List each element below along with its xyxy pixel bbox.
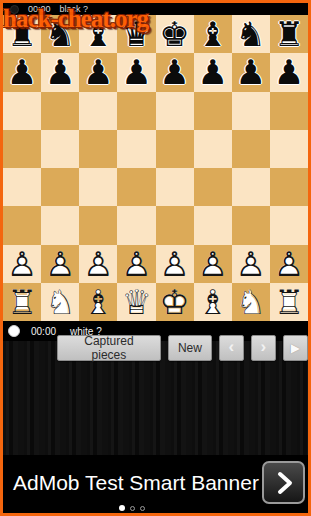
square-a1[interactable]: ♜♖ — [3, 283, 41, 321]
square-g4[interactable] — [232, 168, 270, 206]
black-queen-icon: ♛♛ — [117, 15, 155, 53]
black-bishop-icon: ♝♝ — [79, 15, 117, 53]
square-c8[interactable]: ♝♝ — [79, 15, 117, 53]
black-pawn-icon: ♟♟ — [3, 53, 41, 91]
square-h3[interactable] — [270, 206, 308, 244]
black-turn-indicator — [10, 5, 19, 14]
white-pawn-icon: ♟♙ — [3, 245, 41, 283]
square-h8[interactable]: ♜♜ — [270, 15, 308, 53]
white-rook-icon: ♜♖ — [270, 283, 308, 321]
square-d2[interactable]: ♟♙ — [117, 245, 155, 283]
white-pawn-icon: ♟♙ — [41, 245, 79, 283]
square-g7[interactable]: ♟♟ — [232, 53, 270, 91]
square-e7[interactable]: ♟♟ — [156, 53, 194, 91]
play-icon: ▶ — [291, 342, 300, 354]
white-bishop-icon: ♝♗ — [194, 283, 232, 321]
white-pawn-icon: ♟♙ — [270, 245, 308, 283]
black-pawn-icon: ♟♟ — [117, 53, 155, 91]
prev-move-button[interactable]: ‹ — [219, 335, 244, 361]
black-knight-icon: ♞♞ — [41, 15, 79, 53]
square-e8[interactable]: ♚♚ — [156, 15, 194, 53]
white-pawn-icon: ♟♙ — [79, 245, 117, 283]
black-pawn-icon: ♟♟ — [156, 53, 194, 91]
next-move-button[interactable]: › — [251, 335, 276, 361]
chess-board: ♜♜♞♞♝♝♛♛♚♚♝♝♞♞♜♜♟♟♟♟♟♟♟♟♟♟♟♟♟♟♟♟♟♙♟♙♟♙♟♙… — [3, 15, 308, 321]
square-g6[interactable] — [232, 92, 270, 130]
control-button-row: Captured pieces New ‹ › ▶ — [57, 334, 308, 361]
square-b4[interactable] — [41, 168, 79, 206]
black-player-label: black ? — [60, 4, 89, 14]
square-d3[interactable] — [117, 206, 155, 244]
page-indicator-dot — [119, 505, 125, 511]
square-f3[interactable] — [194, 206, 232, 244]
square-g2[interactable]: ♟♙ — [232, 245, 270, 283]
square-h7[interactable]: ♟♟ — [270, 53, 308, 91]
square-a8[interactable]: ♜♜ — [3, 15, 41, 53]
black-king-icon: ♚♚ — [156, 15, 194, 53]
square-d6[interactable] — [117, 92, 155, 130]
white-knight-icon: ♞♘ — [41, 283, 79, 321]
square-c7[interactable]: ♟♟ — [79, 53, 117, 91]
square-c2[interactable]: ♟♙ — [79, 245, 117, 283]
page-indicator — [119, 505, 145, 511]
square-f8[interactable]: ♝♝ — [194, 15, 232, 53]
white-pawn-icon: ♟♙ — [194, 245, 232, 283]
square-b8[interactable]: ♞♞ — [41, 15, 79, 53]
square-g1[interactable]: ♞♘ — [232, 283, 270, 321]
white-knight-icon: ♞♘ — [232, 283, 270, 321]
square-d5[interactable] — [117, 130, 155, 168]
white-pawn-icon: ♟♙ — [156, 245, 194, 283]
square-f1[interactable]: ♝♗ — [194, 283, 232, 321]
ad-chevron-button[interactable] — [262, 461, 305, 504]
square-b3[interactable] — [41, 206, 79, 244]
app-window: 00:00 black ? ♜♜♞♞♝♝♛♛♚♚♝♝♞♞♜♜♟♟♟♟♟♟♟♟♟♟… — [0, 0, 311, 516]
square-e1[interactable]: ♚♔ — [156, 283, 194, 321]
page-indicator-dot — [140, 506, 145, 511]
square-b6[interactable] — [41, 92, 79, 130]
black-rook-icon: ♜♜ — [3, 15, 41, 53]
square-h5[interactable] — [270, 130, 308, 168]
square-f5[interactable] — [194, 130, 232, 168]
black-pawn-icon: ♟♟ — [270, 53, 308, 91]
square-f6[interactable] — [194, 92, 232, 130]
square-e3[interactable] — [156, 206, 194, 244]
captured-pieces-button[interactable]: Captured pieces — [57, 335, 161, 361]
square-h6[interactable] — [270, 92, 308, 130]
white-rook-icon: ♜♖ — [3, 283, 41, 321]
square-g5[interactable] — [232, 130, 270, 168]
black-clock: 00:00 — [28, 4, 51, 14]
square-a4[interactable] — [3, 168, 41, 206]
square-d4[interactable] — [117, 168, 155, 206]
square-f4[interactable] — [194, 168, 232, 206]
play-button[interactable]: ▶ — [283, 335, 308, 361]
black-knight-icon: ♞♞ — [232, 15, 270, 53]
square-e5[interactable] — [156, 130, 194, 168]
chevron-right-icon — [271, 470, 297, 496]
white-clock: 00:00 — [31, 326, 56, 337]
black-bishop-icon: ♝♝ — [194, 15, 232, 53]
white-bishop-icon: ♝♗ — [79, 283, 117, 321]
square-a6[interactable] — [3, 92, 41, 130]
white-queen-icon: ♛♕ — [117, 283, 155, 321]
square-h1[interactable]: ♜♖ — [270, 283, 308, 321]
square-d8[interactable]: ♛♛ — [117, 15, 155, 53]
ad-banner[interactable]: AdMob Test Smart Banner — [3, 455, 308, 513]
square-b2[interactable]: ♟♙ — [41, 245, 79, 283]
black-pawn-icon: ♟♟ — [79, 53, 117, 91]
square-e6[interactable] — [156, 92, 194, 130]
new-game-button[interactable]: New — [168, 335, 212, 361]
square-c5[interactable] — [79, 130, 117, 168]
square-a2[interactable]: ♟♙ — [3, 245, 41, 283]
white-king-icon: ♚♔ — [156, 283, 194, 321]
white-pawn-icon: ♟♙ — [117, 245, 155, 283]
square-b1[interactable]: ♞♘ — [41, 283, 79, 321]
chevron-left-icon: ‹ — [229, 338, 235, 355]
square-c3[interactable] — [79, 206, 117, 244]
square-e2[interactable]: ♟♙ — [156, 245, 194, 283]
square-a3[interactable] — [3, 206, 41, 244]
black-pawn-icon: ♟♟ — [232, 53, 270, 91]
square-f2[interactable]: ♟♙ — [194, 245, 232, 283]
square-b5[interactable] — [41, 130, 79, 168]
square-g3[interactable] — [232, 206, 270, 244]
square-h4[interactable] — [270, 168, 308, 206]
square-c1[interactable]: ♝♗ — [79, 283, 117, 321]
white-turn-indicator — [8, 325, 20, 337]
square-a7[interactable]: ♟♟ — [3, 53, 41, 91]
square-b7[interactable]: ♟♟ — [41, 53, 79, 91]
square-d1[interactable]: ♛♕ — [117, 283, 155, 321]
page-indicator-dot — [130, 506, 135, 511]
square-f7[interactable]: ♟♟ — [194, 53, 232, 91]
square-c6[interactable] — [79, 92, 117, 130]
black-pawn-icon: ♟♟ — [41, 53, 79, 91]
black-pawn-icon: ♟♟ — [194, 53, 232, 91]
ad-banner-text: AdMob Test Smart Banner — [13, 471, 259, 495]
square-c4[interactable] — [79, 168, 117, 206]
square-e4[interactable] — [156, 168, 194, 206]
square-d7[interactable]: ♟♟ — [117, 53, 155, 91]
chevron-right-icon: › — [261, 338, 267, 355]
square-g8[interactable]: ♞♞ — [232, 15, 270, 53]
black-rook-icon: ♜♜ — [270, 15, 308, 53]
square-h2[interactable]: ♟♙ — [270, 245, 308, 283]
white-pawn-icon: ♟♙ — [232, 245, 270, 283]
square-a5[interactable] — [3, 130, 41, 168]
